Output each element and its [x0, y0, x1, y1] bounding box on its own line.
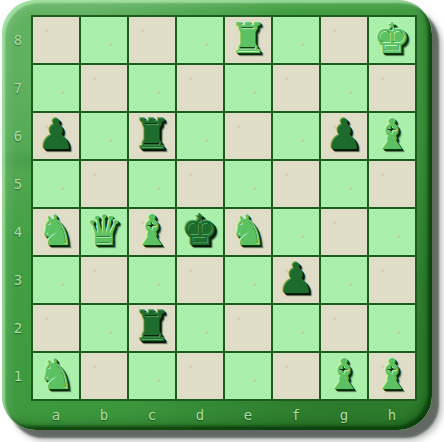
square-b4[interactable]: ♛	[81, 209, 127, 255]
file-label-b: b	[81, 404, 127, 426]
square-e5[interactable]	[225, 161, 271, 207]
black-rook-c6[interactable]: ♜	[133, 112, 171, 158]
square-d6[interactable]	[177, 113, 223, 159]
file-label-h: h	[369, 404, 415, 426]
file-label-g: g	[321, 404, 367, 426]
square-h8[interactable]: ♚	[369, 17, 415, 63]
square-h3[interactable]	[369, 257, 415, 303]
square-f4[interactable]	[273, 209, 319, 255]
chess-app-window: ♜♚♟♜♟♝♞♛♝♚♞♟♜♞♝♝ 87654321 abcdefgh	[0, 0, 444, 442]
square-f6[interactable]	[273, 113, 319, 159]
square-a1[interactable]: ♞	[33, 353, 79, 399]
square-g5[interactable]	[321, 161, 367, 207]
square-e8[interactable]: ♜	[225, 17, 271, 63]
square-f5[interactable]	[273, 161, 319, 207]
file-label-e: e	[225, 404, 271, 426]
square-b7[interactable]	[81, 65, 127, 111]
square-d8[interactable]	[177, 17, 223, 63]
black-rook-c2[interactable]: ♜	[133, 304, 171, 350]
square-c7[interactable]	[129, 65, 175, 111]
square-h5[interactable]	[369, 161, 415, 207]
white-king-h8[interactable]: ♚	[373, 16, 411, 62]
black-pawn-a6[interactable]: ♟	[37, 112, 75, 158]
square-b5[interactable]	[81, 161, 127, 207]
square-f3[interactable]: ♟	[273, 257, 319, 303]
black-pawn-g6[interactable]: ♟	[325, 112, 363, 158]
square-d5[interactable]	[177, 161, 223, 207]
square-h6[interactable]: ♝	[369, 113, 415, 159]
square-a6[interactable]: ♟	[33, 113, 79, 159]
square-d2[interactable]	[177, 305, 223, 351]
square-e6[interactable]	[225, 113, 271, 159]
rank-label-8: 8	[8, 17, 28, 63]
square-c3[interactable]	[129, 257, 175, 303]
square-g7[interactable]	[321, 65, 367, 111]
square-c6[interactable]: ♜	[129, 113, 175, 159]
square-f7[interactable]	[273, 65, 319, 111]
file-label-a: a	[33, 404, 79, 426]
square-d3[interactable]	[177, 257, 223, 303]
square-g3[interactable]	[321, 257, 367, 303]
file-label-d: d	[177, 404, 223, 426]
rank-label-2: 2	[8, 305, 28, 351]
square-b8[interactable]	[81, 17, 127, 63]
file-label-f: f	[273, 404, 319, 426]
square-f1[interactable]	[273, 353, 319, 399]
black-king-d4[interactable]: ♚	[181, 208, 219, 254]
square-h4[interactable]	[369, 209, 415, 255]
square-g1[interactable]: ♝	[321, 353, 367, 399]
square-g4[interactable]	[321, 209, 367, 255]
rank-label-4: 4	[8, 209, 28, 255]
rank-label-6: 6	[8, 113, 28, 159]
square-e1[interactable]	[225, 353, 271, 399]
black-pawn-f3[interactable]: ♟	[277, 256, 315, 302]
chess-board: ♜♚♟♜♟♝♞♛♝♚♞♟♜♞♝♝	[31, 15, 417, 401]
square-a2[interactable]	[33, 305, 79, 351]
square-d4[interactable]: ♚	[177, 209, 223, 255]
square-d1[interactable]	[177, 353, 223, 399]
square-a5[interactable]	[33, 161, 79, 207]
square-e7[interactable]	[225, 65, 271, 111]
square-g2[interactable]	[321, 305, 367, 351]
square-c2[interactable]: ♜	[129, 305, 175, 351]
square-c5[interactable]	[129, 161, 175, 207]
square-a3[interactable]	[33, 257, 79, 303]
square-h2[interactable]	[369, 305, 415, 351]
square-e3[interactable]	[225, 257, 271, 303]
square-e4[interactable]: ♞	[225, 209, 271, 255]
square-c8[interactable]	[129, 17, 175, 63]
square-g8[interactable]	[321, 17, 367, 63]
square-c1[interactable]	[129, 353, 175, 399]
white-rook-e8[interactable]: ♜	[229, 16, 267, 62]
square-a4[interactable]: ♞	[33, 209, 79, 255]
file-label-c: c	[129, 404, 175, 426]
rank-label-5: 5	[8, 161, 28, 207]
square-b6[interactable]	[81, 113, 127, 159]
white-knight-a1[interactable]: ♞	[37, 352, 75, 398]
white-bishop-h6[interactable]: ♝	[373, 112, 411, 158]
white-bishop-h1[interactable]: ♝	[373, 352, 411, 398]
square-e2[interactable]	[225, 305, 271, 351]
white-knight-e4[interactable]: ♞	[229, 208, 267, 254]
square-b1[interactable]	[81, 353, 127, 399]
white-queen-b4[interactable]: ♛	[85, 208, 123, 254]
white-bishop-c4[interactable]: ♝	[133, 208, 171, 254]
square-h1[interactable]: ♝	[369, 353, 415, 399]
square-a7[interactable]	[33, 65, 79, 111]
square-a8[interactable]	[33, 17, 79, 63]
square-c4[interactable]: ♝	[129, 209, 175, 255]
rank-label-1: 1	[8, 353, 28, 399]
rank-label-7: 7	[8, 65, 28, 111]
square-f2[interactable]	[273, 305, 319, 351]
square-f8[interactable]	[273, 17, 319, 63]
white-knight-a4[interactable]: ♞	[37, 208, 75, 254]
square-b2[interactable]	[81, 305, 127, 351]
rank-label-3: 3	[8, 257, 28, 303]
square-b3[interactable]	[81, 257, 127, 303]
square-g6[interactable]: ♟	[321, 113, 367, 159]
square-h7[interactable]	[369, 65, 415, 111]
white-bishop-g1[interactable]: ♝	[325, 352, 363, 398]
square-d7[interactable]	[177, 65, 223, 111]
